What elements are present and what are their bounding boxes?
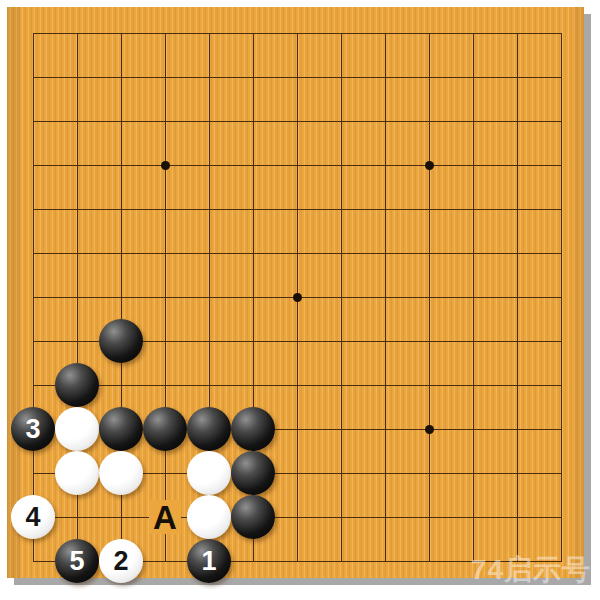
point-label-A: A [149, 500, 181, 534]
white-stone [187, 495, 231, 539]
stone-move-number: 1 [201, 548, 216, 575]
watermark: 74启示号 [471, 551, 591, 589]
black-stone [143, 407, 187, 451]
page: 34521A 74启示号 [0, 0, 600, 600]
white-stone [99, 451, 143, 495]
white-stone-2: 2 [99, 539, 143, 583]
black-stone-1: 1 [187, 539, 231, 583]
black-stone-5: 5 [55, 539, 99, 583]
stone-move-number: 2 [113, 548, 128, 575]
star-point [425, 161, 434, 170]
white-stone [55, 407, 99, 451]
black-stone-3: 3 [11, 407, 55, 451]
white-stone-4: 4 [11, 495, 55, 539]
star-point [161, 161, 170, 170]
white-stone [55, 451, 99, 495]
black-stone [55, 363, 99, 407]
star-point [425, 425, 434, 434]
black-stone [99, 319, 143, 363]
black-stone [231, 495, 275, 539]
black-stone [99, 407, 143, 451]
stone-move-number: 3 [25, 416, 40, 443]
stone-move-number: 4 [25, 504, 40, 531]
black-stone [187, 407, 231, 451]
go-board: 34521A [7, 7, 584, 578]
white-stone [187, 451, 231, 495]
black-stone [231, 407, 275, 451]
black-stone [231, 451, 275, 495]
stone-move-number: 5 [69, 548, 84, 575]
board-grid: 34521A [11, 11, 583, 583]
star-point [293, 293, 302, 302]
